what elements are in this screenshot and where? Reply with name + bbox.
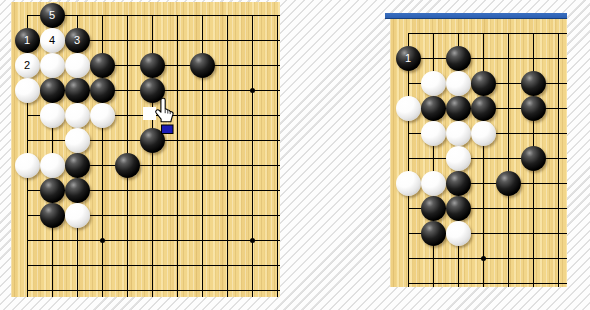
left-board[interactable]: 51432 <box>11 2 280 297</box>
black-stone <box>40 203 65 228</box>
black-stone <box>471 71 496 96</box>
star-point <box>100 238 105 243</box>
black-stone <box>521 96 546 121</box>
move-number-label: 1 <box>405 53 411 64</box>
star-point <box>250 238 255 243</box>
white-stone <box>40 153 65 178</box>
black-stone <box>521 146 546 171</box>
black-stone <box>65 78 90 103</box>
white-stone <box>421 71 446 96</box>
black-stone: 5 <box>40 3 65 28</box>
move-number-label: 1 <box>24 35 30 46</box>
move-number-label: 4 <box>49 35 55 46</box>
black-stone <box>140 78 165 103</box>
black-stone <box>421 221 446 246</box>
white-stone <box>90 103 115 128</box>
white-stone <box>40 103 65 128</box>
white-stone <box>396 96 421 121</box>
black-stone <box>446 96 471 121</box>
white-stone <box>15 78 40 103</box>
white-stone <box>40 53 65 78</box>
move-number-label: 3 <box>74 35 80 46</box>
star-point <box>481 256 486 261</box>
white-stone: 4 <box>40 28 65 53</box>
black-stone: 3 <box>65 28 90 53</box>
star-point <box>250 88 255 93</box>
white-stone <box>446 71 471 96</box>
black-stone <box>471 96 496 121</box>
page-background: 51432 1 <box>0 0 590 310</box>
white-stone <box>421 171 446 196</box>
white-stone <box>65 53 90 78</box>
black-stone <box>140 128 165 153</box>
white-stone <box>446 221 471 246</box>
move-number-label: 2 <box>24 60 30 71</box>
black-stone <box>521 71 546 96</box>
intersection-grid[interactable]: 1 <box>396 21 568 288</box>
white-stone <box>446 146 471 171</box>
black-stone <box>90 53 115 78</box>
black-stone <box>65 178 90 203</box>
black-stone <box>446 171 471 196</box>
black-stone <box>446 196 471 221</box>
black-stone <box>115 153 140 178</box>
right-board-progress-bar <box>385 13 567 19</box>
black-stone <box>90 78 115 103</box>
white-stone <box>471 121 496 146</box>
black-stone <box>190 53 215 78</box>
white-stone <box>446 121 471 146</box>
black-stone <box>40 78 65 103</box>
white-stone: 2 <box>15 53 40 78</box>
intersection-grid[interactable]: 51432 <box>15 3 281 298</box>
black-stone <box>421 196 446 221</box>
white-stone <box>15 153 40 178</box>
black-stone <box>140 53 165 78</box>
right-board[interactable]: 1 <box>390 19 567 287</box>
white-stone <box>421 121 446 146</box>
white-stone <box>65 203 90 228</box>
black-stone <box>65 153 90 178</box>
white-stone <box>65 103 90 128</box>
black-stone <box>446 46 471 71</box>
move-preview-square[interactable] <box>143 107 156 120</box>
black-stone <box>496 171 521 196</box>
move-number-label: 5 <box>49 10 55 21</box>
black-stone: 1 <box>15 28 40 53</box>
white-stone <box>65 128 90 153</box>
black-stone: 1 <box>396 46 421 71</box>
black-stone <box>421 96 446 121</box>
black-stone <box>40 178 65 203</box>
white-stone <box>396 171 421 196</box>
